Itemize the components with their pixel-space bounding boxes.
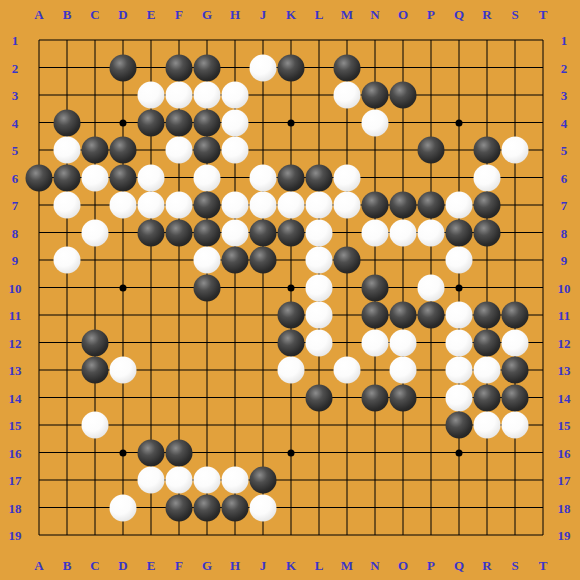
- black-stone-F18[interactable]: [166, 494, 193, 521]
- black-stone-Q8[interactable]: [446, 219, 473, 246]
- black-stone-P5[interactable]: [418, 137, 445, 164]
- black-stone-B6[interactable]: [54, 164, 81, 191]
- black-stone-O14[interactable]: [390, 384, 417, 411]
- star-point: [120, 284, 127, 291]
- white-stone-N12[interactable]: [362, 329, 389, 356]
- row-label-right-14: 14: [558, 391, 571, 404]
- column-label-top-N: N: [370, 8, 379, 21]
- black-stone-E16[interactable]: [138, 439, 165, 466]
- row-label-right-15: 15: [558, 419, 571, 432]
- column-label-top-K: K: [286, 8, 296, 21]
- black-stone-G7[interactable]: [194, 192, 221, 219]
- white-stone-O13[interactable]: [390, 357, 417, 384]
- row-label-right-12: 12: [558, 336, 571, 349]
- column-label-top-L: L: [315, 8, 324, 21]
- white-stone-Q11[interactable]: [446, 302, 473, 329]
- white-stone-G6[interactable]: [194, 164, 221, 191]
- column-label-bottom-T: T: [539, 559, 548, 572]
- column-label-bottom-B: B: [63, 559, 72, 572]
- black-stone-F4[interactable]: [166, 109, 193, 136]
- row-label-left-8: 8: [12, 226, 19, 239]
- row-label-left-3: 3: [12, 89, 19, 102]
- column-label-bottom-M: M: [341, 559, 353, 572]
- white-stone-H5[interactable]: [222, 137, 249, 164]
- black-stone-G5[interactable]: [194, 137, 221, 164]
- column-label-bottom-P: P: [427, 559, 435, 572]
- row-label-left-2: 2: [12, 61, 19, 74]
- white-stone-F7[interactable]: [166, 192, 193, 219]
- row-label-right-2: 2: [561, 61, 568, 74]
- column-label-top-Q: Q: [454, 8, 464, 21]
- row-label-left-13: 13: [9, 364, 22, 377]
- white-stone-Q9[interactable]: [446, 247, 473, 274]
- row-label-right-7: 7: [561, 199, 568, 212]
- column-label-top-C: C: [90, 8, 99, 21]
- row-label-right-5: 5: [561, 144, 568, 157]
- black-stone-C5[interactable]: [82, 137, 109, 164]
- white-stone-D18[interactable]: [110, 494, 137, 521]
- column-label-top-S: S: [511, 8, 518, 21]
- black-stone-P11[interactable]: [418, 302, 445, 329]
- column-label-top-P: P: [427, 8, 435, 21]
- white-stone-G17[interactable]: [194, 467, 221, 494]
- black-stone-P7[interactable]: [418, 192, 445, 219]
- star-point: [288, 119, 295, 126]
- white-stone-G9[interactable]: [194, 247, 221, 274]
- column-label-top-O: O: [398, 8, 408, 21]
- black-stone-J17[interactable]: [250, 467, 277, 494]
- black-stone-R14[interactable]: [474, 384, 501, 411]
- white-stone-E6[interactable]: [138, 164, 165, 191]
- black-stone-S14[interactable]: [502, 384, 529, 411]
- row-label-right-19: 19: [558, 529, 571, 542]
- row-label-left-10: 10: [9, 281, 22, 294]
- row-label-right-17: 17: [558, 474, 571, 487]
- black-stone-A6[interactable]: [26, 164, 53, 191]
- black-stone-M9[interactable]: [334, 247, 361, 274]
- white-stone-L10[interactable]: [306, 274, 333, 301]
- white-stone-S5[interactable]: [502, 137, 529, 164]
- column-label-bottom-H: H: [230, 559, 240, 572]
- column-label-bottom-K: K: [286, 559, 296, 572]
- column-label-bottom-J: J: [260, 559, 267, 572]
- star-point: [120, 449, 127, 456]
- black-stone-G8[interactable]: [194, 219, 221, 246]
- row-label-left-4: 4: [12, 116, 19, 129]
- row-label-left-17: 17: [9, 474, 22, 487]
- black-stone-G4[interactable]: [194, 109, 221, 136]
- column-label-bottom-Q: Q: [454, 559, 464, 572]
- black-stone-E4[interactable]: [138, 109, 165, 136]
- column-label-bottom-D: D: [118, 559, 127, 572]
- white-stone-B7[interactable]: [54, 192, 81, 219]
- star-point: [456, 449, 463, 456]
- black-stone-J8[interactable]: [250, 219, 277, 246]
- row-label-left-11: 11: [9, 309, 21, 322]
- black-stone-N7[interactable]: [362, 192, 389, 219]
- white-stone-C6[interactable]: [82, 164, 109, 191]
- white-stone-R13[interactable]: [474, 357, 501, 384]
- black-stone-F2[interactable]: [166, 54, 193, 81]
- white-stone-D7[interactable]: [110, 192, 137, 219]
- column-label-top-A: A: [34, 8, 43, 21]
- row-label-left-1: 1: [12, 34, 19, 47]
- white-stone-E7[interactable]: [138, 192, 165, 219]
- black-stone-E8[interactable]: [138, 219, 165, 246]
- black-stone-R8[interactable]: [474, 219, 501, 246]
- black-stone-N10[interactable]: [362, 274, 389, 301]
- white-stone-R6[interactable]: [474, 164, 501, 191]
- white-stone-F17[interactable]: [166, 467, 193, 494]
- white-stone-M7[interactable]: [334, 192, 361, 219]
- row-label-right-16: 16: [558, 446, 571, 459]
- column-label-top-F: F: [175, 8, 183, 21]
- row-label-left-19: 19: [9, 529, 22, 542]
- white-stone-F5[interactable]: [166, 137, 193, 164]
- black-stone-D5[interactable]: [110, 137, 137, 164]
- black-stone-F8[interactable]: [166, 219, 193, 246]
- white-stone-H4[interactable]: [222, 109, 249, 136]
- black-stone-R12[interactable]: [474, 329, 501, 356]
- white-stone-P10[interactable]: [418, 274, 445, 301]
- column-label-top-R: R: [482, 8, 491, 21]
- row-label-left-15: 15: [9, 419, 22, 432]
- black-stone-R7[interactable]: [474, 192, 501, 219]
- column-label-bottom-R: R: [482, 559, 491, 572]
- white-stone-S12[interactable]: [502, 329, 529, 356]
- row-label-right-11: 11: [558, 309, 570, 322]
- column-label-bottom-S: S: [511, 559, 518, 572]
- white-stone-F3[interactable]: [166, 82, 193, 109]
- column-label-top-J: J: [260, 8, 267, 21]
- column-label-bottom-N: N: [370, 559, 379, 572]
- white-stone-E3[interactable]: [138, 82, 165, 109]
- column-label-bottom-F: F: [175, 559, 183, 572]
- black-stone-N3[interactable]: [362, 82, 389, 109]
- black-stone-H9[interactable]: [222, 247, 249, 274]
- column-label-bottom-L: L: [315, 559, 324, 572]
- column-label-bottom-A: A: [34, 559, 43, 572]
- row-label-left-9: 9: [12, 254, 19, 267]
- white-stone-N4[interactable]: [362, 109, 389, 136]
- white-stone-H8[interactable]: [222, 219, 249, 246]
- row-label-right-13: 13: [558, 364, 571, 377]
- black-stone-B4[interactable]: [54, 109, 81, 136]
- black-stone-N11[interactable]: [362, 302, 389, 329]
- column-label-bottom-E: E: [147, 559, 156, 572]
- black-stone-R11[interactable]: [474, 302, 501, 329]
- row-label-right-1: 1: [561, 34, 568, 47]
- black-stone-H18[interactable]: [222, 494, 249, 521]
- row-label-left-18: 18: [9, 501, 22, 514]
- row-label-right-6: 6: [561, 171, 568, 184]
- black-stone-K12[interactable]: [278, 329, 305, 356]
- white-stone-L11[interactable]: [306, 302, 333, 329]
- black-stone-L6[interactable]: [306, 164, 333, 191]
- white-stone-C8[interactable]: [82, 219, 109, 246]
- white-stone-H3[interactable]: [222, 82, 249, 109]
- black-stone-K6[interactable]: [278, 164, 305, 191]
- row-label-left-16: 16: [9, 446, 22, 459]
- white-stone-E17[interactable]: [138, 467, 165, 494]
- black-stone-Q15[interactable]: [446, 412, 473, 439]
- row-label-left-12: 12: [9, 336, 22, 349]
- white-stone-H7[interactable]: [222, 192, 249, 219]
- white-stone-H17[interactable]: [222, 467, 249, 494]
- white-stone-S15[interactable]: [502, 412, 529, 439]
- black-stone-K8[interactable]: [278, 219, 305, 246]
- column-label-bottom-C: C: [90, 559, 99, 572]
- star-point: [120, 119, 127, 126]
- column-label-top-G: G: [202, 8, 212, 21]
- white-stone-R15[interactable]: [474, 412, 501, 439]
- white-stone-J7[interactable]: [250, 192, 277, 219]
- row-label-right-10: 10: [558, 281, 571, 294]
- black-stone-K2[interactable]: [278, 54, 305, 81]
- black-stone-C13[interactable]: [82, 357, 109, 384]
- star-point: [288, 284, 295, 291]
- column-label-top-B: B: [63, 8, 72, 21]
- white-stone-L12[interactable]: [306, 329, 333, 356]
- white-stone-J2[interactable]: [250, 54, 277, 81]
- black-stone-G10[interactable]: [194, 274, 221, 301]
- white-stone-B5[interactable]: [54, 137, 81, 164]
- column-label-top-T: T: [539, 8, 548, 21]
- white-stone-Q12[interactable]: [446, 329, 473, 356]
- white-stone-G3[interactable]: [194, 82, 221, 109]
- black-stone-R5[interactable]: [474, 137, 501, 164]
- star-point: [456, 284, 463, 291]
- white-stone-K13[interactable]: [278, 357, 305, 384]
- black-stone-D6[interactable]: [110, 164, 137, 191]
- column-label-bottom-G: G: [202, 559, 212, 572]
- white-stone-Q13[interactable]: [446, 357, 473, 384]
- black-stone-F16[interactable]: [166, 439, 193, 466]
- star-point: [456, 119, 463, 126]
- column-label-top-H: H: [230, 8, 240, 21]
- column-label-top-M: M: [341, 8, 353, 21]
- black-stone-M2[interactable]: [334, 54, 361, 81]
- black-stone-O3[interactable]: [390, 82, 417, 109]
- white-stone-M6[interactable]: [334, 164, 361, 191]
- white-stone-D13[interactable]: [110, 357, 137, 384]
- row-label-right-9: 9: [561, 254, 568, 267]
- row-label-left-7: 7: [12, 199, 19, 212]
- white-stone-K7[interactable]: [278, 192, 305, 219]
- white-stone-Q7[interactable]: [446, 192, 473, 219]
- star-point: [288, 449, 295, 456]
- row-label-left-5: 5: [12, 144, 19, 157]
- column-label-top-E: E: [147, 8, 156, 21]
- column-label-top-D: D: [118, 8, 127, 21]
- row-label-right-4: 4: [561, 116, 568, 129]
- black-stone-G2[interactable]: [194, 54, 221, 81]
- white-stone-O12[interactable]: [390, 329, 417, 356]
- white-stone-N8[interactable]: [362, 219, 389, 246]
- row-label-right-8: 8: [561, 226, 568, 239]
- black-stone-K11[interactable]: [278, 302, 305, 329]
- black-stone-N14[interactable]: [362, 384, 389, 411]
- black-stone-L14[interactable]: [306, 384, 333, 411]
- white-stone-M13[interactable]: [334, 357, 361, 384]
- black-stone-S11[interactable]: [502, 302, 529, 329]
- white-stone-Q14[interactable]: [446, 384, 473, 411]
- black-stone-O7[interactable]: [390, 192, 417, 219]
- white-stone-O8[interactable]: [390, 219, 417, 246]
- white-stone-J18[interactable]: [250, 494, 277, 521]
- go-board[interactable]: ABCDEFGHJKLMNOPQRST ABCDEFGHJKLMNOPQRST …: [0, 0, 580, 580]
- black-stone-O11[interactable]: [390, 302, 417, 329]
- row-label-left-6: 6: [12, 171, 19, 184]
- black-stone-C12[interactable]: [82, 329, 109, 356]
- row-label-right-3: 3: [561, 89, 568, 102]
- black-stone-D2[interactable]: [110, 54, 137, 81]
- row-label-right-18: 18: [558, 501, 571, 514]
- column-label-bottom-O: O: [398, 559, 408, 572]
- black-stone-J9[interactable]: [250, 247, 277, 274]
- white-stone-C15[interactable]: [82, 412, 109, 439]
- white-stone-L8[interactable]: [306, 219, 333, 246]
- white-stone-J6[interactable]: [250, 164, 277, 191]
- black-stone-G18[interactable]: [194, 494, 221, 521]
- black-stone-S13[interactable]: [502, 357, 529, 384]
- white-stone-P8[interactable]: [418, 219, 445, 246]
- white-stone-B9[interactable]: [54, 247, 81, 274]
- white-stone-L7[interactable]: [306, 192, 333, 219]
- white-stone-M3[interactable]: [334, 82, 361, 109]
- row-label-left-14: 14: [9, 391, 22, 404]
- white-stone-L9[interactable]: [306, 247, 333, 274]
